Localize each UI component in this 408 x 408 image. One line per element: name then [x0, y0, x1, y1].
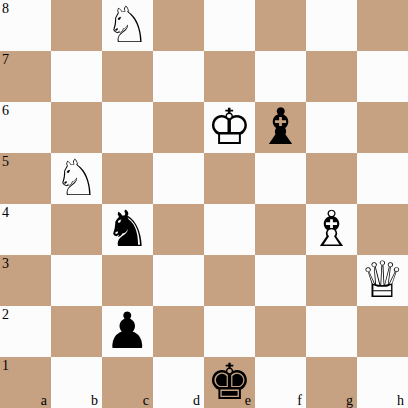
square-d3[interactable] [153, 255, 204, 306]
square-a2[interactable]: 2 [0, 306, 51, 357]
square-e5[interactable] [204, 153, 255, 204]
square-h5[interactable] [357, 153, 408, 204]
square-g1[interactable]: g [306, 357, 357, 408]
square-f8[interactable] [255, 0, 306, 51]
square-b5[interactable]: ♘ [51, 153, 102, 204]
square-b2[interactable] [51, 306, 102, 357]
square-d1[interactable]: d [153, 357, 204, 408]
square-c6[interactable] [102, 102, 153, 153]
square-h2[interactable] [357, 306, 408, 357]
square-g6[interactable] [306, 102, 357, 153]
square-g7[interactable] [306, 51, 357, 102]
square-g2[interactable] [306, 306, 357, 357]
piece-white-knight-c8[interactable]: ♘ [102, 0, 153, 51]
square-f2[interactable] [255, 306, 306, 357]
rank-label-4: 4 [2, 206, 9, 220]
square-h8[interactable] [357, 0, 408, 51]
piece-black-pawn-c2[interactable]: ♟ [102, 306, 153, 357]
square-b3[interactable] [51, 255, 102, 306]
square-d7[interactable] [153, 51, 204, 102]
square-a3[interactable]: 3 [0, 255, 51, 306]
rank-label-7: 7 [2, 53, 9, 67]
square-g3[interactable] [306, 255, 357, 306]
rank-label-5: 5 [2, 155, 9, 169]
chess-board-container: 8♘76♔♝5♘4♞♗3♕2♟1abcde♚fgh [0, 0, 408, 408]
square-f3[interactable] [255, 255, 306, 306]
rank-label-8: 8 [2, 2, 9, 16]
file-label-d: d [193, 394, 200, 408]
square-b6[interactable] [51, 102, 102, 153]
square-d4[interactable] [153, 204, 204, 255]
square-d6[interactable] [153, 102, 204, 153]
square-e2[interactable] [204, 306, 255, 357]
square-g4[interactable]: ♗ [306, 204, 357, 255]
square-h6[interactable] [357, 102, 408, 153]
square-f5[interactable] [255, 153, 306, 204]
square-f4[interactable] [255, 204, 306, 255]
square-c5[interactable] [102, 153, 153, 204]
piece-white-king-e6[interactable]: ♔ [204, 102, 255, 153]
file-label-f: f [297, 394, 302, 408]
square-b4[interactable] [51, 204, 102, 255]
rank-label-1: 1 [2, 359, 9, 373]
square-e4[interactable] [204, 204, 255, 255]
square-h7[interactable] [357, 51, 408, 102]
file-label-c: c [143, 394, 149, 408]
square-f6[interactable]: ♝ [255, 102, 306, 153]
square-a5[interactable]: 5 [0, 153, 51, 204]
square-e1[interactable]: e♚ [204, 357, 255, 408]
square-f7[interactable] [255, 51, 306, 102]
square-c2[interactable]: ♟ [102, 306, 153, 357]
square-h4[interactable] [357, 204, 408, 255]
square-d8[interactable] [153, 0, 204, 51]
piece-black-knight-c4[interactable]: ♞ [102, 204, 153, 255]
square-h1[interactable]: h [357, 357, 408, 408]
piece-white-knight-b5[interactable]: ♘ [51, 153, 102, 204]
square-g5[interactable] [306, 153, 357, 204]
square-h3[interactable]: ♕ [357, 255, 408, 306]
file-label-h: h [397, 394, 404, 408]
square-b1[interactable]: b [51, 357, 102, 408]
rank-label-2: 2 [2, 308, 9, 322]
piece-white-queen-h3[interactable]: ♕ [357, 255, 408, 306]
square-c1[interactable]: c [102, 357, 153, 408]
square-g8[interactable] [306, 0, 357, 51]
chess-board: 8♘76♔♝5♘4♞♗3♕2♟1abcde♚fgh [0, 0, 408, 408]
square-f1[interactable]: f [255, 357, 306, 408]
square-c7[interactable] [102, 51, 153, 102]
square-e7[interactable] [204, 51, 255, 102]
file-label-b: b [91, 394, 98, 408]
square-a7[interactable]: 7 [0, 51, 51, 102]
square-e6[interactable]: ♔ [204, 102, 255, 153]
square-b8[interactable] [51, 0, 102, 51]
rank-label-3: 3 [2, 257, 9, 271]
square-a1[interactable]: 1a [0, 357, 51, 408]
file-label-g: g [346, 394, 353, 408]
square-d5[interactable] [153, 153, 204, 204]
piece-black-bishop-f6[interactable]: ♝ [255, 102, 306, 153]
square-a8[interactable]: 8 [0, 0, 51, 51]
square-b7[interactable] [51, 51, 102, 102]
square-c3[interactable] [102, 255, 153, 306]
rank-label-6: 6 [2, 104, 9, 118]
square-c8[interactable]: ♘ [102, 0, 153, 51]
square-d2[interactable] [153, 306, 204, 357]
square-c4[interactable]: ♞ [102, 204, 153, 255]
file-label-a: a [41, 394, 47, 408]
piece-black-king-e1[interactable]: ♚ [204, 357, 255, 408]
square-a6[interactable]: 6 [0, 102, 51, 153]
square-e3[interactable] [204, 255, 255, 306]
square-a4[interactable]: 4 [0, 204, 51, 255]
piece-white-bishop-g4[interactable]: ♗ [306, 204, 357, 255]
square-e8[interactable] [204, 0, 255, 51]
